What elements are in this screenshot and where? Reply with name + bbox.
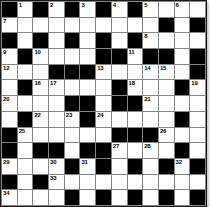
black-cell-r9c8 xyxy=(112,128,127,143)
white-cell-r4c3[interactable]: 10 xyxy=(33,49,48,64)
black-cell-r3c3 xyxy=(33,33,48,48)
black-cell-r11c5 xyxy=(65,159,80,174)
black-cell-r11c11 xyxy=(159,159,174,174)
white-cell-r12c8[interactable] xyxy=(112,175,127,190)
clue-number-23: 23 xyxy=(66,112,72,119)
white-cell-r2c6[interactable] xyxy=(80,18,95,33)
white-cell-r3c13[interactable] xyxy=(190,33,205,48)
black-cell-r1c1 xyxy=(2,2,17,17)
white-cell-r3c11[interactable] xyxy=(159,33,174,48)
white-cell-r12c7[interactable] xyxy=(96,175,111,190)
white-cell-r3c12[interactable] xyxy=(175,33,190,48)
black-cell-r11c13 xyxy=(190,159,205,174)
clue-number-14: 14 xyxy=(144,65,150,72)
white-cell-r8c8[interactable] xyxy=(112,112,127,127)
white-cell-r10c2[interactable] xyxy=(18,143,33,158)
clue-number-19: 19 xyxy=(191,80,197,87)
black-cell-r10c4 xyxy=(49,143,64,158)
black-cell-r10c3 xyxy=(33,143,48,158)
white-cell-r10c5[interactable] xyxy=(65,143,80,158)
white-cell-r12c11[interactable] xyxy=(159,175,174,190)
white-cell-r11c4[interactable]: 30 xyxy=(49,159,64,174)
black-cell-r4c2 xyxy=(18,49,33,64)
black-cell-r3c7 xyxy=(96,33,111,48)
white-cell-r13c3[interactable] xyxy=(33,190,48,205)
white-cell-r2c1[interactable]: 7 xyxy=(2,18,17,33)
white-cell-r13c12[interactable] xyxy=(175,190,190,205)
white-cell-r1c10[interactable]: 5 xyxy=(143,2,158,17)
white-cell-r2c10[interactable] xyxy=(143,18,158,33)
white-cell-r6c4[interactable]: 17 xyxy=(49,80,64,95)
white-cell-r12c9[interactable] xyxy=(128,175,143,190)
black-cell-r8c12 xyxy=(175,112,190,127)
white-cell-r12c13[interactable] xyxy=(190,175,205,190)
white-cell-r3c2[interactable] xyxy=(18,33,33,48)
clue-number-20: 20 xyxy=(3,96,9,103)
white-cell-r11c6[interactable]: 31 xyxy=(80,159,95,174)
white-cell-r4c9[interactable]: 11 xyxy=(128,49,143,64)
white-cell-r4c4[interactable] xyxy=(49,49,64,64)
white-cell-r9c5[interactable] xyxy=(65,128,80,143)
white-cell-r9c7[interactable] xyxy=(96,128,111,143)
clue-number-16: 16 xyxy=(34,80,40,87)
clue-number-11: 11 xyxy=(129,49,135,56)
white-cell-r9c11[interactable]: 26 xyxy=(159,128,174,143)
white-cell-r5c8[interactable] xyxy=(112,65,127,80)
white-cell-r13c2[interactable] xyxy=(18,190,33,205)
white-cell-r2c7[interactable] xyxy=(96,18,111,33)
crossword-grid: 1234567891011121314151617181920212223242… xyxy=(0,0,207,207)
white-cell-r5c2[interactable] xyxy=(18,65,33,80)
white-cell-r13c1[interactable]: 34 xyxy=(2,190,17,205)
clue-number-26: 26 xyxy=(160,128,166,135)
white-cell-r3c8[interactable] xyxy=(112,33,127,48)
white-cell-r11c10[interactable] xyxy=(143,159,158,174)
white-cell-r4c12[interactable] xyxy=(175,49,190,64)
clue-number-10: 10 xyxy=(34,49,40,56)
white-cell-r11c2[interactable] xyxy=(18,159,33,174)
black-cell-r13c9 xyxy=(128,190,143,205)
white-cell-r5c11[interactable]: 15 xyxy=(159,65,174,80)
white-cell-r3c10[interactable]: 8 xyxy=(143,33,158,48)
black-cell-r7c5 xyxy=(65,96,80,111)
white-cell-r10c9[interactable] xyxy=(128,143,143,158)
black-cell-r7c8 xyxy=(112,96,127,111)
black-cell-r10c1 xyxy=(2,143,17,158)
white-cell-r11c1[interactable]: 29 xyxy=(2,159,17,174)
white-cell-r4c1[interactable]: 9 xyxy=(2,49,17,64)
black-cell-r7c6 xyxy=(80,96,95,111)
black-cell-r3c1 xyxy=(2,33,17,48)
clue-number-3: 3 xyxy=(81,2,84,9)
white-cell-r10c11[interactable] xyxy=(159,143,174,158)
white-cell-r6c9[interactable]: 18 xyxy=(128,80,143,95)
white-cell-r11c3[interactable] xyxy=(33,159,48,174)
clue-number-4: 4 xyxy=(113,2,116,9)
white-cell-r12c2[interactable] xyxy=(18,175,33,190)
clue-number-13: 13 xyxy=(97,65,103,72)
white-cell-r6c6[interactable] xyxy=(80,80,95,95)
white-cell-r1c8[interactable]: 4 xyxy=(112,2,127,17)
clue-number-28: 28 xyxy=(144,143,150,150)
white-cell-r7c4[interactable] xyxy=(49,96,64,111)
black-cell-r6c12 xyxy=(175,80,190,95)
clue-number-29: 29 xyxy=(3,159,9,166)
white-cell-r13c6[interactable] xyxy=(80,190,95,205)
white-cell-r7c10[interactable]: 21 xyxy=(143,96,158,111)
black-cell-r3c5 xyxy=(65,33,80,48)
black-cell-r13c13 xyxy=(190,190,205,205)
white-cell-r9c6[interactable] xyxy=(80,128,95,143)
clue-number-30: 30 xyxy=(50,159,56,166)
white-cell-r10c8[interactable]: 27 xyxy=(112,143,127,158)
black-cell-r1c3 xyxy=(33,2,48,17)
white-cell-r7c1[interactable]: 20 xyxy=(2,96,17,111)
black-cell-r9c9 xyxy=(128,128,143,143)
black-cell-r11c9 xyxy=(128,159,143,174)
black-cell-r3c9 xyxy=(128,33,143,48)
clue-number-6: 6 xyxy=(176,2,179,9)
white-cell-r2c3[interactable] xyxy=(33,18,48,33)
black-cell-r5c13 xyxy=(190,65,205,80)
clue-number-31: 31 xyxy=(81,159,87,166)
white-cell-r8c3[interactable]: 22 xyxy=(33,112,48,127)
white-cell-r11c12[interactable]: 32 xyxy=(175,159,190,174)
clue-number-34: 34 xyxy=(3,190,9,197)
black-cell-r8c2 xyxy=(18,112,33,127)
black-cell-r4c8 xyxy=(112,49,127,64)
white-cell-r7c11[interactable] xyxy=(159,96,174,111)
crossword-page: 1234567891011121314151617181920212223242… xyxy=(0,0,211,207)
white-cell-r6c10[interactable] xyxy=(143,80,158,95)
white-cell-r7c3[interactable] xyxy=(33,96,48,111)
white-cell-r1c13[interactable] xyxy=(190,2,205,17)
black-cell-r6c8 xyxy=(112,80,127,95)
clue-number-12: 12 xyxy=(3,65,9,72)
white-cell-r13c8[interactable] xyxy=(112,190,127,205)
white-cell-r13c4[interactable] xyxy=(49,190,64,205)
white-cell-r8c13[interactable] xyxy=(190,112,205,127)
black-cell-r2c13 xyxy=(190,18,205,33)
white-cell-r13c10[interactable] xyxy=(143,190,158,205)
white-cell-r5c9[interactable] xyxy=(128,65,143,80)
white-cell-r7c7[interactable] xyxy=(96,96,111,111)
white-cell-r5c12[interactable] xyxy=(175,65,190,80)
white-cell-r8c5[interactable]: 23 xyxy=(65,112,80,127)
clue-number-15: 15 xyxy=(160,65,166,72)
clue-number-22: 22 xyxy=(34,112,40,119)
black-cell-r13c7 xyxy=(96,190,111,205)
white-cell-r2c2[interactable] xyxy=(18,18,33,33)
white-cell-r12c6[interactable] xyxy=(80,175,95,190)
black-cell-r12c3 xyxy=(33,175,48,190)
white-cell-r5c7[interactable]: 13 xyxy=(96,65,111,80)
clue-number-2: 2 xyxy=(50,2,53,9)
black-cell-r7c9 xyxy=(128,96,143,111)
clue-number-9: 9 xyxy=(3,49,6,56)
black-cell-r4c13 xyxy=(190,49,205,64)
white-cell-r12c12[interactable] xyxy=(175,175,190,190)
black-cell-r1c9 xyxy=(128,2,143,17)
white-cell-r9c12[interactable] xyxy=(175,128,190,143)
clue-number-33: 33 xyxy=(50,175,56,182)
white-cell-r8c9[interactable] xyxy=(128,112,143,127)
white-cell-r8c4[interactable] xyxy=(49,112,64,127)
white-cell-r9c13[interactable] xyxy=(190,128,205,143)
clue-number-17: 17 xyxy=(50,80,56,87)
white-cell-r5c3[interactable] xyxy=(33,65,48,80)
white-cell-r5c1[interactable]: 12 xyxy=(2,65,17,80)
white-cell-r5c10[interactable]: 14 xyxy=(143,65,158,80)
white-cell-r2c5[interactable] xyxy=(65,18,80,33)
white-cell-r7c2[interactable] xyxy=(18,96,33,111)
white-cell-r1c6[interactable]: 3 xyxy=(80,2,95,17)
white-cell-r1c11[interactable] xyxy=(159,2,174,17)
black-cell-r10c6 xyxy=(80,143,95,158)
white-cell-r10c13[interactable] xyxy=(190,143,205,158)
black-cell-r5c4 xyxy=(49,65,64,80)
white-cell-r9c2[interactable]: 25 xyxy=(18,128,33,143)
black-cell-r2c11 xyxy=(159,18,174,33)
black-cell-r5c6 xyxy=(80,65,95,80)
clue-number-24: 24 xyxy=(97,112,103,119)
black-cell-r10c7 xyxy=(96,143,111,158)
black-cell-r6c2 xyxy=(18,80,33,95)
black-cell-r1c5 xyxy=(65,2,80,17)
white-cell-r4c6[interactable] xyxy=(80,49,95,64)
white-cell-r8c10[interactable] xyxy=(143,112,158,127)
white-cell-r1c4[interactable]: 2 xyxy=(49,2,64,17)
white-cell-r6c11[interactable] xyxy=(159,80,174,95)
clue-number-32: 32 xyxy=(176,159,182,166)
white-cell-r9c3[interactable] xyxy=(33,128,48,143)
black-cell-r11c7 xyxy=(96,159,111,174)
white-cell-r2c8[interactable] xyxy=(112,18,127,33)
white-cell-r3c6[interactable] xyxy=(80,33,95,48)
white-cell-r2c9[interactable] xyxy=(128,18,143,33)
white-cell-r6c5[interactable] xyxy=(65,80,80,95)
clue-number-18: 18 xyxy=(129,80,135,87)
clue-number-21: 21 xyxy=(144,96,150,103)
white-cell-r7c13[interactable] xyxy=(190,96,205,111)
white-cell-r6c3[interactable]: 16 xyxy=(33,80,48,95)
white-cell-r10c10[interactable]: 28 xyxy=(143,143,158,158)
white-cell-r12c10[interactable] xyxy=(143,175,158,190)
black-cell-r8c6 xyxy=(80,112,95,127)
white-cell-r7c12[interactable] xyxy=(175,96,190,111)
white-cell-r2c4[interactable] xyxy=(49,18,64,33)
white-cell-r6c1[interactable] xyxy=(2,80,17,95)
black-cell-r5c5 xyxy=(65,65,80,80)
white-cell-r8c11[interactable] xyxy=(159,112,174,127)
white-cell-r2c12[interactable] xyxy=(175,18,190,33)
clue-number-5: 5 xyxy=(144,2,147,9)
white-cell-r12c4[interactable]: 33 xyxy=(49,175,64,190)
white-cell-r4c5[interactable] xyxy=(65,49,80,64)
clue-number-27: 27 xyxy=(113,143,119,150)
black-cell-r4c10 xyxy=(143,49,158,64)
white-cell-r6c13[interactable]: 19 xyxy=(190,80,205,95)
black-cell-r13c5 xyxy=(65,190,80,205)
black-cell-r4c7 xyxy=(96,49,111,64)
white-cell-r1c2[interactable]: 1 xyxy=(18,2,33,17)
white-cell-r1c12[interactable]: 6 xyxy=(175,2,190,17)
white-cell-r6c7[interactable] xyxy=(96,80,111,95)
white-cell-r3c4[interactable] xyxy=(49,33,64,48)
black-cell-r10c12 xyxy=(175,143,190,158)
clue-number-1: 1 xyxy=(19,2,22,9)
black-cell-r4c11 xyxy=(159,49,174,64)
clue-number-7: 7 xyxy=(3,18,6,25)
black-cell-r9c1 xyxy=(2,128,17,143)
white-cell-r11c8[interactable] xyxy=(112,159,127,174)
black-cell-r9c10 xyxy=(143,128,158,143)
white-cell-r9c4[interactable] xyxy=(49,128,64,143)
white-cell-r8c7[interactable]: 24 xyxy=(96,112,111,127)
white-cell-r12c5[interactable] xyxy=(65,175,80,190)
black-cell-r1c7 xyxy=(96,2,111,17)
clue-number-25: 25 xyxy=(19,128,25,135)
white-cell-r8c1[interactable] xyxy=(2,112,17,127)
black-cell-r13c11 xyxy=(159,190,174,205)
clue-number-8: 8 xyxy=(144,33,147,40)
black-cell-r12c1 xyxy=(2,175,17,190)
